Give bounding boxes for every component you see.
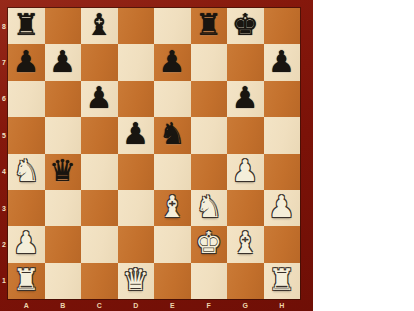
square-d3[interactable] <box>118 190 155 226</box>
square-h6[interactable] <box>264 81 301 117</box>
square-f1[interactable] <box>191 263 228 299</box>
rank-label-8: 8 <box>0 8 8 44</box>
file-label-h: H <box>264 299 301 311</box>
rank-labels: 87654321 <box>0 8 8 299</box>
square-g8[interactable]: ♚ <box>227 8 264 44</box>
square-f2[interactable]: ♚ <box>191 226 228 262</box>
piece-black-pawn[interactable]: ♟ <box>13 47 40 77</box>
square-g4[interactable]: ♟ <box>227 154 264 190</box>
square-a4[interactable]: ♞ <box>8 154 45 190</box>
piece-white-knight[interactable]: ♞ <box>195 192 222 222</box>
square-b1[interactable] <box>45 263 82 299</box>
square-f5[interactable] <box>191 117 228 153</box>
square-e8[interactable] <box>154 8 191 44</box>
piece-white-king[interactable]: ♚ <box>195 228 222 258</box>
square-d4[interactable] <box>118 154 155 190</box>
file-labels: ABCDEFGH <box>8 299 300 311</box>
square-e5[interactable]: ♞ <box>154 117 191 153</box>
file-label-b: B <box>45 299 82 311</box>
piece-black-knight[interactable]: ♞ <box>159 119 186 149</box>
square-h7[interactable]: ♟ <box>264 44 301 80</box>
piece-black-bishop[interactable]: ♝ <box>86 10 113 40</box>
square-d8[interactable] <box>118 8 155 44</box>
square-d1[interactable]: ♛ <box>118 263 155 299</box>
square-e7[interactable]: ♟ <box>154 44 191 80</box>
square-h1[interactable]: ♜ <box>264 263 301 299</box>
file-label-a: A <box>8 299 45 311</box>
square-c7[interactable] <box>81 44 118 80</box>
square-d2[interactable] <box>118 226 155 262</box>
square-g2[interactable]: ♝ <box>227 226 264 262</box>
square-a1[interactable]: ♜ <box>8 263 45 299</box>
square-b7[interactable]: ♟ <box>45 44 82 80</box>
square-d7[interactable] <box>118 44 155 80</box>
page-background: 87654321 ABCDEFGH ♜♝♜♚♟♟♟♟♟♟♟♞♞♛♟♝♞♟♟♚♝♜… <box>0 0 414 311</box>
square-h4[interactable] <box>264 154 301 190</box>
rank-label-5: 5 <box>0 117 8 153</box>
square-f8[interactable]: ♜ <box>191 8 228 44</box>
rank-label-3: 3 <box>0 190 8 226</box>
square-c4[interactable] <box>81 154 118 190</box>
piece-white-rook[interactable]: ♜ <box>13 265 40 295</box>
square-c8[interactable]: ♝ <box>81 8 118 44</box>
square-g5[interactable] <box>227 117 264 153</box>
square-c2[interactable] <box>81 226 118 262</box>
chess-board-frame: 87654321 ABCDEFGH ♜♝♜♚♟♟♟♟♟♟♟♞♞♛♟♝♞♟♟♚♝♜… <box>0 0 313 311</box>
piece-black-pawn[interactable]: ♟ <box>268 47 295 77</box>
square-g3[interactable] <box>227 190 264 226</box>
square-a6[interactable] <box>8 81 45 117</box>
square-b6[interactable] <box>45 81 82 117</box>
square-c5[interactable] <box>81 117 118 153</box>
square-b3[interactable] <box>45 190 82 226</box>
piece-white-bishop[interactable]: ♝ <box>232 228 259 258</box>
square-e4[interactable] <box>154 154 191 190</box>
square-e3[interactable]: ♝ <box>154 190 191 226</box>
piece-black-pawn[interactable]: ♟ <box>49 47 76 77</box>
piece-white-knight[interactable]: ♞ <box>13 156 40 186</box>
piece-black-queen[interactable]: ♛ <box>49 156 76 186</box>
square-c3[interactable] <box>81 190 118 226</box>
square-f4[interactable] <box>191 154 228 190</box>
rank-label-1: 1 <box>0 263 8 299</box>
chess-board[interactable]: ♜♝♜♚♟♟♟♟♟♟♟♞♞♛♟♝♞♟♟♚♝♜♛♜ <box>8 8 300 299</box>
square-d5[interactable]: ♟ <box>118 117 155 153</box>
square-h3[interactable]: ♟ <box>264 190 301 226</box>
square-b5[interactable] <box>45 117 82 153</box>
square-h8[interactable] <box>264 8 301 44</box>
piece-white-rook[interactable]: ♜ <box>268 265 295 295</box>
square-a7[interactable]: ♟ <box>8 44 45 80</box>
piece-white-pawn[interactable]: ♟ <box>232 156 259 186</box>
file-label-c: C <box>81 299 118 311</box>
piece-black-rook[interactable]: ♜ <box>195 10 222 40</box>
square-c1[interactable] <box>81 263 118 299</box>
square-e2[interactable] <box>154 226 191 262</box>
square-a2[interactable]: ♟ <box>8 226 45 262</box>
piece-black-king[interactable]: ♚ <box>232 10 259 40</box>
piece-black-pawn[interactable]: ♟ <box>159 47 186 77</box>
square-a5[interactable] <box>8 117 45 153</box>
piece-white-queen[interactable]: ♛ <box>122 265 149 295</box>
piece-black-rook[interactable]: ♜ <box>13 10 40 40</box>
square-h2[interactable] <box>264 226 301 262</box>
square-c6[interactable]: ♟ <box>81 81 118 117</box>
rank-label-7: 7 <box>0 44 8 80</box>
square-e1[interactable] <box>154 263 191 299</box>
square-f3[interactable]: ♞ <box>191 190 228 226</box>
piece-white-pawn[interactable]: ♟ <box>268 192 295 222</box>
square-a8[interactable]: ♜ <box>8 8 45 44</box>
square-g1[interactable] <box>227 263 264 299</box>
square-b4[interactable]: ♛ <box>45 154 82 190</box>
piece-white-pawn[interactable]: ♟ <box>13 228 40 258</box>
rank-label-6: 6 <box>0 81 8 117</box>
piece-black-pawn[interactable]: ♟ <box>122 119 149 149</box>
piece-white-bishop[interactable]: ♝ <box>159 192 186 222</box>
file-label-f: F <box>191 299 228 311</box>
square-b2[interactable] <box>45 226 82 262</box>
square-g7[interactable] <box>227 44 264 80</box>
square-a3[interactable] <box>8 190 45 226</box>
square-h5[interactable] <box>264 117 301 153</box>
square-f7[interactable] <box>191 44 228 80</box>
file-label-d: D <box>118 299 155 311</box>
square-g6[interactable]: ♟ <box>227 81 264 117</box>
rank-label-4: 4 <box>0 154 8 190</box>
square-b8[interactable] <box>45 8 82 44</box>
file-label-g: G <box>227 299 264 311</box>
piece-black-pawn[interactable]: ♟ <box>86 83 113 113</box>
square-d6[interactable] <box>118 81 155 117</box>
square-e6[interactable] <box>154 81 191 117</box>
piece-black-pawn[interactable]: ♟ <box>232 83 259 113</box>
rank-label-2: 2 <box>0 226 8 262</box>
square-f6[interactable] <box>191 81 228 117</box>
file-label-e: E <box>154 299 191 311</box>
